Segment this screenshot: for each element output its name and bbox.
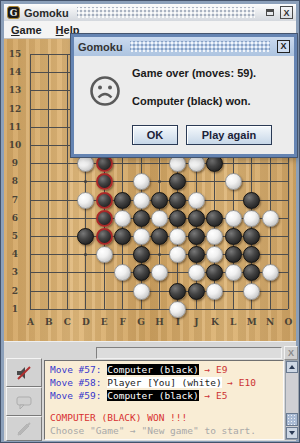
col-label: E (99, 317, 110, 327)
ok-button[interactable]: OK (132, 125, 178, 145)
stone-L4 (225, 246, 242, 263)
stone-E6 (96, 210, 113, 227)
row-label: 11 (7, 122, 23, 132)
move-log: Move #57: Computer (black) → E9Move #58:… (44, 360, 284, 440)
stone-F7 (114, 192, 131, 209)
row-label: 14 (7, 67, 23, 77)
col-label: I (172, 317, 183, 327)
row-label: 10 (7, 140, 23, 150)
scroll-up-icon[interactable] (289, 365, 295, 369)
app-icon: G (7, 6, 20, 19)
stone-E5 (96, 228, 113, 245)
move-log-entry: Move #59: Computer (black) → E5 (50, 390, 283, 403)
row-label: 4 (7, 249, 23, 259)
stone-H6 (151, 210, 168, 227)
stone-J6 (188, 210, 205, 227)
stone-G8 (133, 173, 150, 190)
stone-L6 (225, 210, 242, 227)
stone-F5 (114, 228, 131, 245)
col-label: O (283, 317, 294, 327)
row-label: 5 (7, 231, 23, 241)
col-label: H (154, 317, 165, 327)
scroll-down-icon[interactable] (289, 431, 295, 435)
hint-disabled-button[interactable] (6, 416, 42, 441)
stone-D9 (77, 155, 94, 172)
stone-G3 (133, 264, 150, 281)
col-label: G (136, 317, 147, 327)
star-point (84, 180, 87, 183)
row-label: 2 (7, 286, 23, 296)
col-label: K (209, 317, 220, 327)
stone-I4 (169, 246, 186, 263)
stone-N6 (262, 210, 279, 227)
stone-M6 (243, 210, 260, 227)
menu-item-game[interactable]: Game (4, 24, 49, 36)
stone-I8 (169, 173, 186, 190)
stone-H3 (151, 264, 168, 281)
col-label: A (25, 317, 36, 327)
gomoku-window: G Gomoku X GameHelp 15141312111098765432… (0, 0, 300, 443)
stone-J4 (188, 246, 205, 263)
star-point (158, 253, 161, 256)
row-label: 3 (7, 267, 23, 277)
chat-button[interactable] (6, 387, 42, 416)
window-title: Gomoku (24, 7, 69, 19)
chat-bubble-icon (14, 392, 34, 412)
stone-K2 (206, 283, 223, 300)
stone-K9 (206, 155, 223, 172)
grid-hline (30, 309, 288, 310)
stone-G7 (133, 192, 150, 209)
hint-text: Choose "Game" → "New game" to start. (50, 425, 283, 436)
move-log-entry: Move #58: Player [You] (white) → E10 (50, 377, 283, 390)
winner-text: Computer (black) won. (132, 95, 251, 107)
col-label: J (191, 317, 202, 327)
stone-M2 (243, 283, 260, 300)
play-again-button[interactable]: Play again (186, 125, 272, 145)
stone-E8 (96, 173, 113, 190)
row-label: 1 (7, 304, 23, 314)
dialog-title: Gomoku (78, 41, 123, 53)
stone-I2 (169, 283, 186, 300)
stone-K6 (206, 210, 223, 227)
stone-J9 (188, 155, 205, 172)
stone-M4 (243, 246, 260, 263)
stone-L5 (225, 228, 242, 245)
star-point (84, 253, 87, 256)
col-label: D (80, 317, 91, 327)
window-titlebar: G Gomoku X (4, 4, 296, 21)
restore-icon[interactable] (263, 6, 276, 19)
col-label: N (265, 317, 276, 327)
stone-I7 (169, 192, 186, 209)
row-label: 8 (7, 176, 23, 186)
col-label: B (43, 317, 54, 327)
stone-H5 (151, 228, 168, 245)
stone-E7 (96, 192, 113, 209)
stone-E9 (96, 155, 113, 172)
stone-G2 (133, 283, 150, 300)
stone-M5 (243, 228, 260, 245)
stone-F6 (114, 210, 131, 227)
stone-J2 (188, 283, 205, 300)
stone-K5 (206, 228, 223, 245)
stone-J7 (188, 192, 205, 209)
stone-G5 (133, 228, 150, 245)
stone-K3 (206, 264, 223, 281)
chat-input[interactable] (96, 347, 282, 359)
stone-L3 (225, 264, 242, 281)
stone-M3 (243, 264, 260, 281)
dialog-titlebar-texture (130, 41, 270, 52)
dialog-titlebar: Gomoku X (74, 37, 294, 56)
mute-sound-button[interactable] (6, 358, 42, 387)
stone-D5 (77, 228, 94, 245)
row-label: 7 (7, 195, 23, 205)
stone-H7 (151, 192, 168, 209)
stone-I5 (169, 228, 186, 245)
move-log-entry: Move #57: Computer (black) → E9 (50, 364, 283, 377)
star-point (158, 180, 161, 183)
row-label: 6 (7, 213, 23, 223)
row-label: 9 (7, 158, 23, 168)
stone-K4 (206, 246, 223, 263)
result-text: COMPUTER (BLACK) WON !!! (50, 412, 283, 425)
stone-M7 (243, 192, 260, 209)
row-label: 13 (7, 85, 23, 95)
scrollbar-thumb[interactable] (286, 413, 298, 426)
log-scrollbar[interactable] (285, 360, 299, 440)
dialog-body: Game over (moves: 59). Computer (black) … (74, 56, 294, 154)
stone-G6 (133, 210, 150, 227)
game-over-dialog: Gomoku X Game over (moves: 59). Computer… (71, 34, 297, 157)
row-label: 15 (7, 49, 23, 59)
close-icon[interactable]: X (280, 6, 293, 19)
sad-face-icon (88, 74, 122, 108)
col-label: C (62, 317, 73, 327)
dialog-close-icon[interactable]: X (277, 40, 290, 53)
row-label: 12 (7, 104, 23, 114)
chat-close-icon[interactable]: X (284, 346, 298, 360)
stone-G4 (133, 246, 150, 263)
stone-I6 (169, 210, 186, 227)
status-panel: X Move #57: Computer (black) → E9Move #5… (4, 341, 296, 441)
col-label: M (246, 317, 257, 327)
stone-D7 (77, 192, 94, 209)
stone-I9 (169, 155, 186, 172)
stone-F3 (114, 264, 131, 281)
stone-J3 (188, 264, 205, 281)
titlebar-texture (77, 7, 255, 18)
stone-J5 (188, 228, 205, 245)
stone-I1 (169, 301, 186, 318)
muted-speaker-icon (14, 363, 34, 383)
col-label: F (117, 317, 128, 327)
game-over-text: Game over (moves: 59). (132, 67, 256, 79)
stone-E4 (96, 246, 113, 263)
stone-N3 (262, 264, 279, 281)
stone-L8 (225, 173, 242, 190)
col-label: L (228, 317, 239, 327)
crossed-pencil-icon (14, 419, 34, 439)
